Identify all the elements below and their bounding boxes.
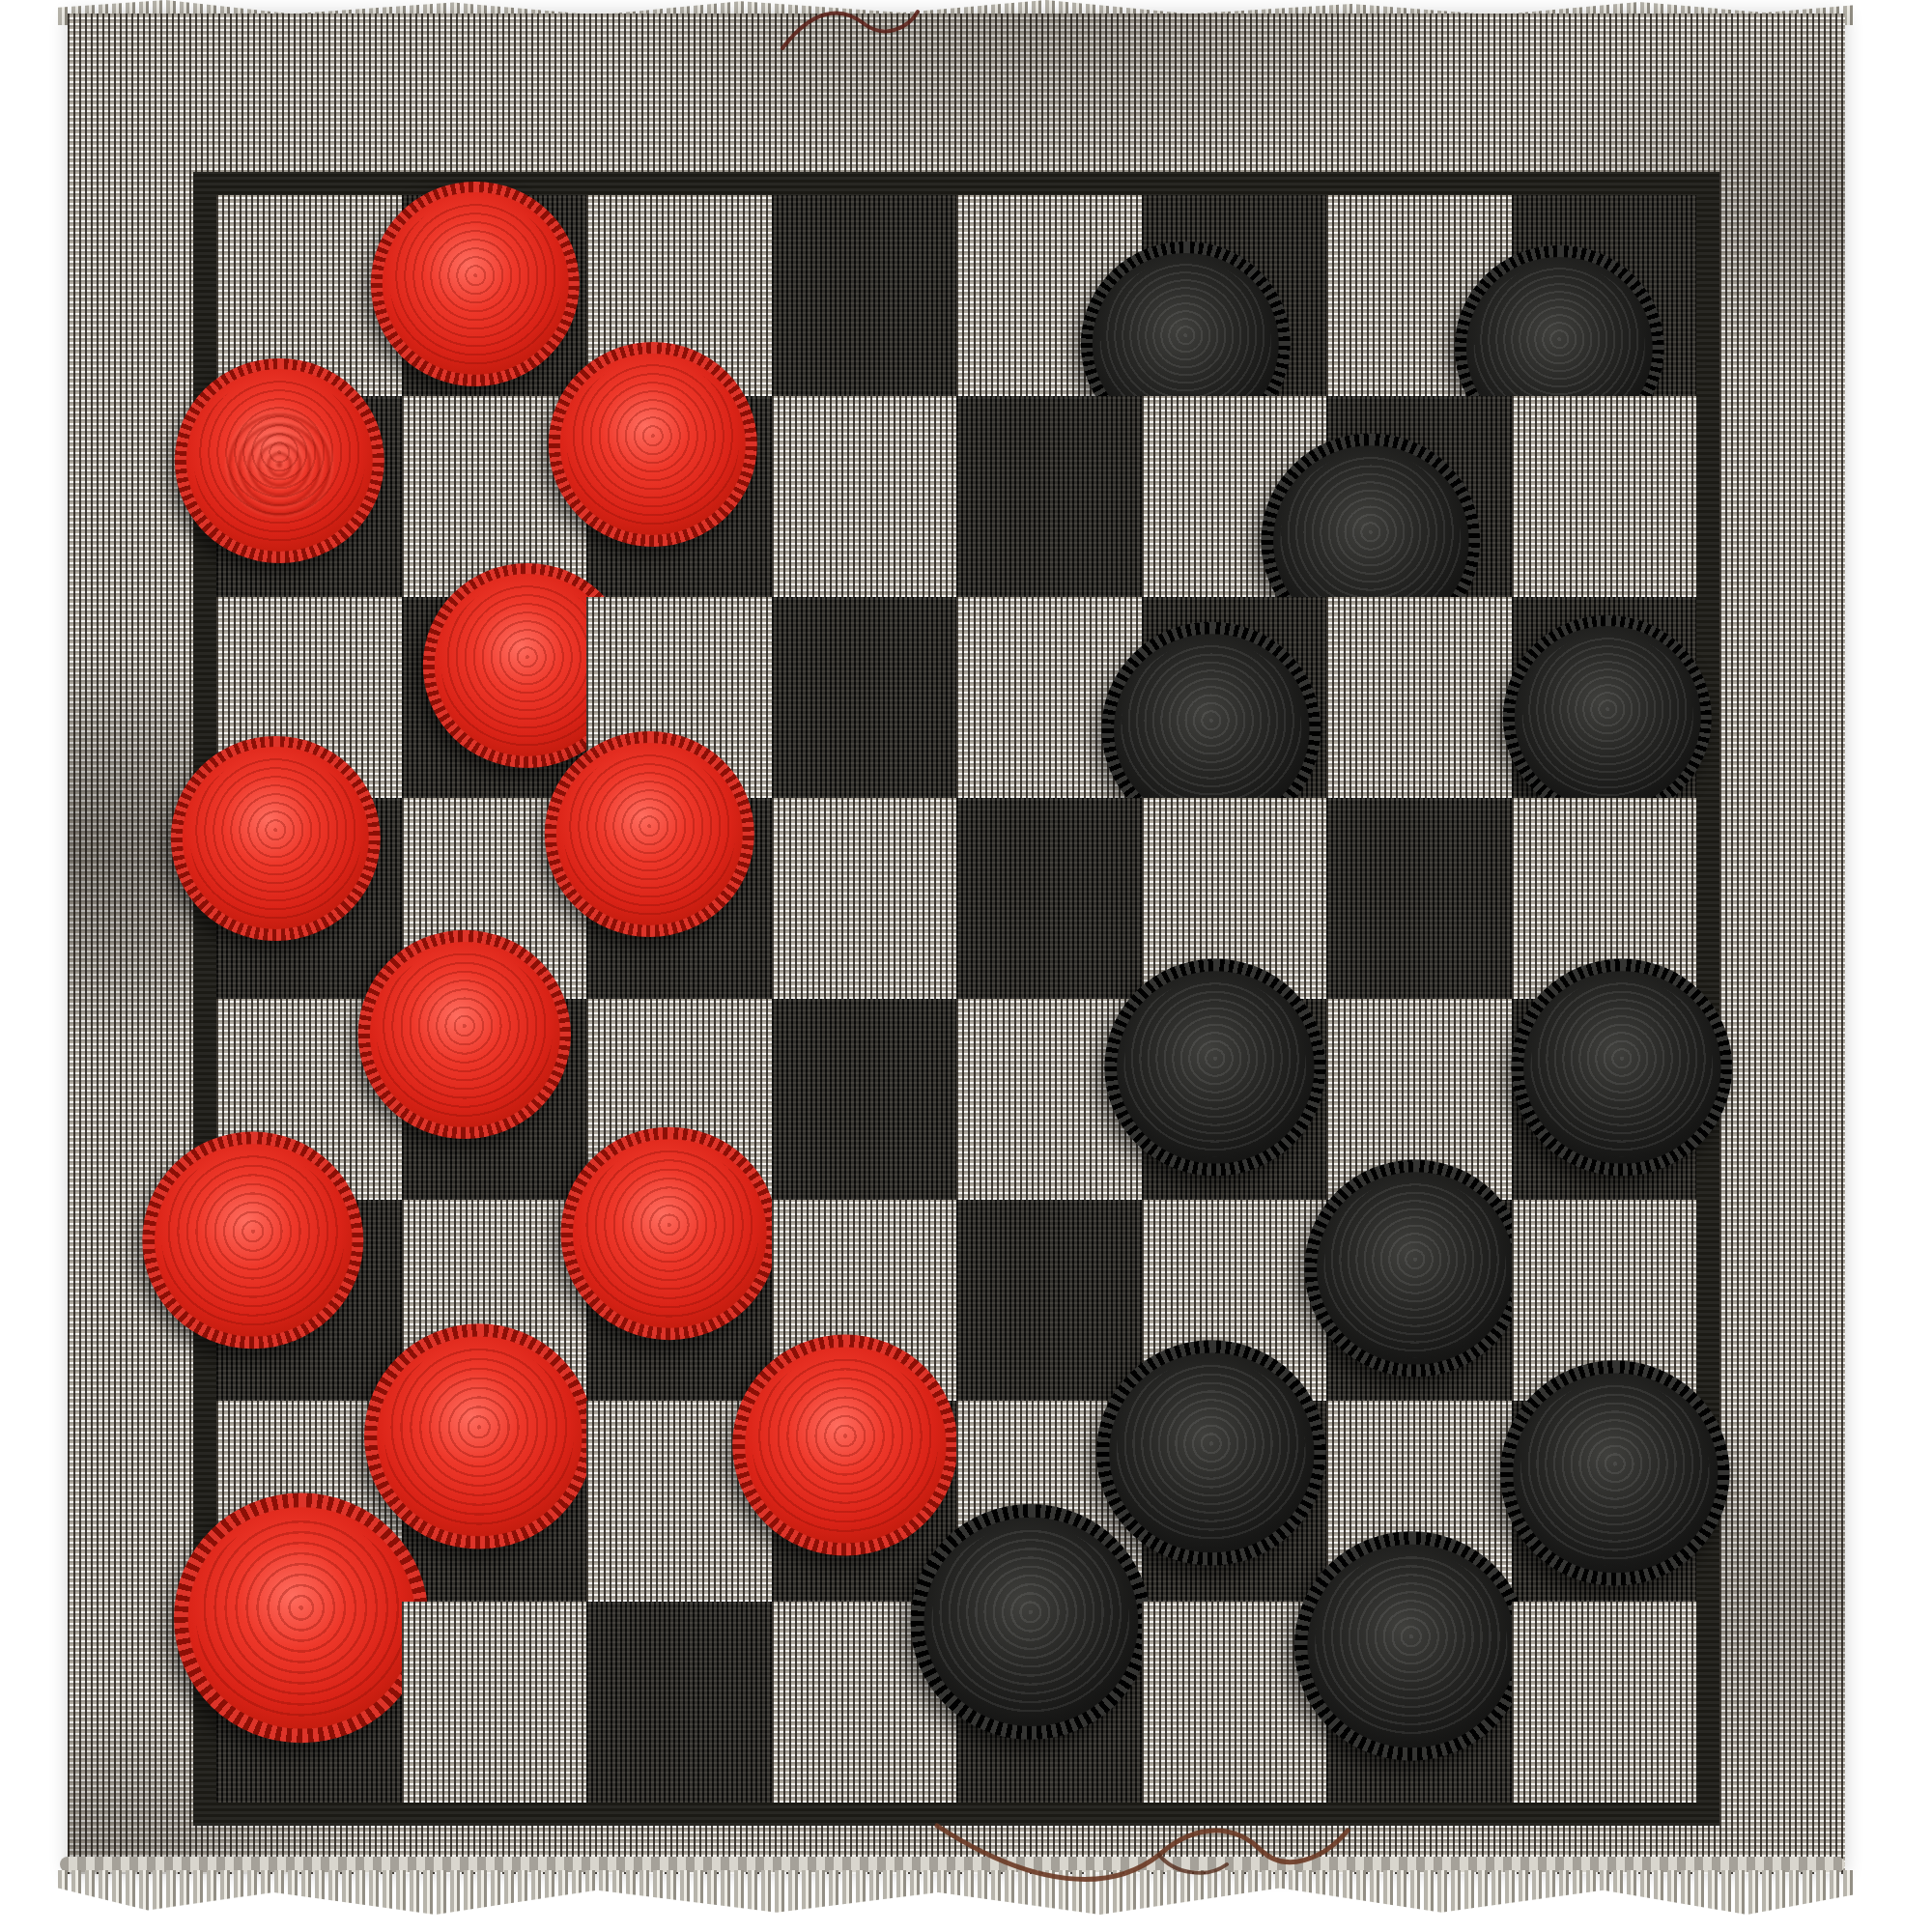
square-r4c3[interactable]: [586, 798, 772, 999]
red-piece[interactable]: [561, 1127, 779, 1341]
square-r3c8[interactable]: [1512, 597, 1697, 798]
piece-concentric-grooves: [162, 1151, 344, 1328]
red-piece[interactable]: [371, 181, 580, 385]
square-r4c4[interactable]: [772, 798, 957, 999]
square-r3c7[interactable]: [1326, 597, 1512, 798]
square-r2c5[interactable]: [956, 396, 1142, 597]
black-piece[interactable]: [1304, 1159, 1525, 1377]
piece-emblem: [225, 412, 334, 518]
square-r7c2[interactable]: [402, 1401, 587, 1602]
square-r6c7[interactable]: [1326, 1200, 1512, 1401]
piece-concentric-grooves: [1122, 641, 1301, 818]
red-piece[interactable]: [357, 930, 571, 1139]
black-piece[interactable]: [1294, 1531, 1528, 1761]
square-r8c2[interactable]: [402, 1602, 587, 1803]
square-r3c4[interactable]: [772, 597, 957, 798]
rug: [68, 14, 1845, 1874]
red-piece[interactable]: [549, 342, 757, 547]
square-r8c7[interactable]: [1326, 1602, 1512, 1803]
square-r6c3[interactable]: [586, 1200, 772, 1401]
piece-concentric-grooves: [190, 754, 361, 923]
red-piece[interactable]: [171, 736, 380, 941]
loose-thread: [918, 1782, 1362, 1918]
square-r6c1[interactable]: [216, 1200, 402, 1401]
square-r5c2[interactable]: [402, 999, 587, 1200]
piece-concentric-grooves: [1316, 1551, 1508, 1740]
red-piece[interactable]: [732, 1334, 958, 1555]
square-r8c3[interactable]: [586, 1602, 772, 1803]
square-r8c8[interactable]: [1512, 1602, 1697, 1803]
square-r1c2[interactable]: [402, 195, 587, 396]
red-piece[interactable]: [364, 1324, 594, 1549]
black-piece[interactable]: [1512, 958, 1733, 1176]
red-piece[interactable]: [545, 731, 753, 936]
black-piece[interactable]: [1500, 1360, 1730, 1585]
square-r8c5[interactable]: [956, 1602, 1142, 1803]
piece-concentric-grooves: [389, 200, 560, 368]
square-r5c8[interactable]: [1512, 999, 1697, 1200]
square-r6c5[interactable]: [956, 1200, 1142, 1401]
square-r3c6[interactable]: [1142, 597, 1327, 798]
piece-concentric-grooves: [1520, 1380, 1709, 1565]
square-r2c8[interactable]: [1512, 396, 1697, 597]
square-r2c4[interactable]: [772, 396, 957, 597]
piece-concentric-grooves: [197, 1515, 406, 1719]
square-r2c1[interactable]: [216, 396, 402, 597]
square-r4c1[interactable]: [216, 798, 402, 999]
square-r4c5[interactable]: [956, 798, 1142, 999]
board-grid: [216, 195, 1696, 1803]
piece-concentric-grooves: [932, 1525, 1129, 1719]
square-r1c4[interactable]: [772, 195, 957, 396]
black-piece[interactable]: [1096, 1340, 1326, 1565]
piece-concentric-grooves: [567, 360, 738, 528]
black-piece[interactable]: [1104, 958, 1325, 1176]
piece-concentric-grooves: [563, 750, 734, 918]
piece-concentric-grooves: [753, 1354, 938, 1536]
piece-concentric-grooves: [377, 950, 552, 1121]
red-piece[interactable]: [143, 1131, 364, 1349]
piece-concentric-grooves: [1531, 979, 1713, 1156]
piece-concentric-grooves: [384, 1345, 573, 1529]
piece-concentric-grooves: [1521, 634, 1692, 802]
square-r1c6[interactable]: [1142, 195, 1327, 396]
red-piece[interactable]: [175, 357, 384, 562]
piece-concentric-grooves: [1124, 979, 1306, 1156]
square-r8c1[interactable]: [216, 1602, 402, 1803]
square-r7c6[interactable]: [1142, 1401, 1327, 1602]
product-photo: [0, 0, 1932, 1932]
piece-concentric-grooves: [1118, 1360, 1306, 1545]
square-r4c7[interactable]: [1326, 798, 1512, 999]
square-r5c4[interactable]: [772, 999, 957, 1200]
piece-concentric-grooves: [581, 1147, 759, 1321]
red-piece[interactable]: [174, 1492, 429, 1743]
square-r5c6[interactable]: [1142, 999, 1327, 1200]
checkers-board: [193, 172, 1719, 1826]
black-piece[interactable]: [1503, 615, 1712, 820]
square-r3c2[interactable]: [402, 597, 587, 798]
square-r1c8[interactable]: [1512, 195, 1697, 396]
square-r2c7[interactable]: [1326, 396, 1512, 597]
square-r7c8[interactable]: [1512, 1401, 1697, 1602]
top-edge-thread: [773, 0, 927, 58]
piece-concentric-grooves: [1324, 1179, 1506, 1357]
black-piece[interactable]: [910, 1504, 1151, 1740]
square-r2c3[interactable]: [586, 396, 772, 597]
